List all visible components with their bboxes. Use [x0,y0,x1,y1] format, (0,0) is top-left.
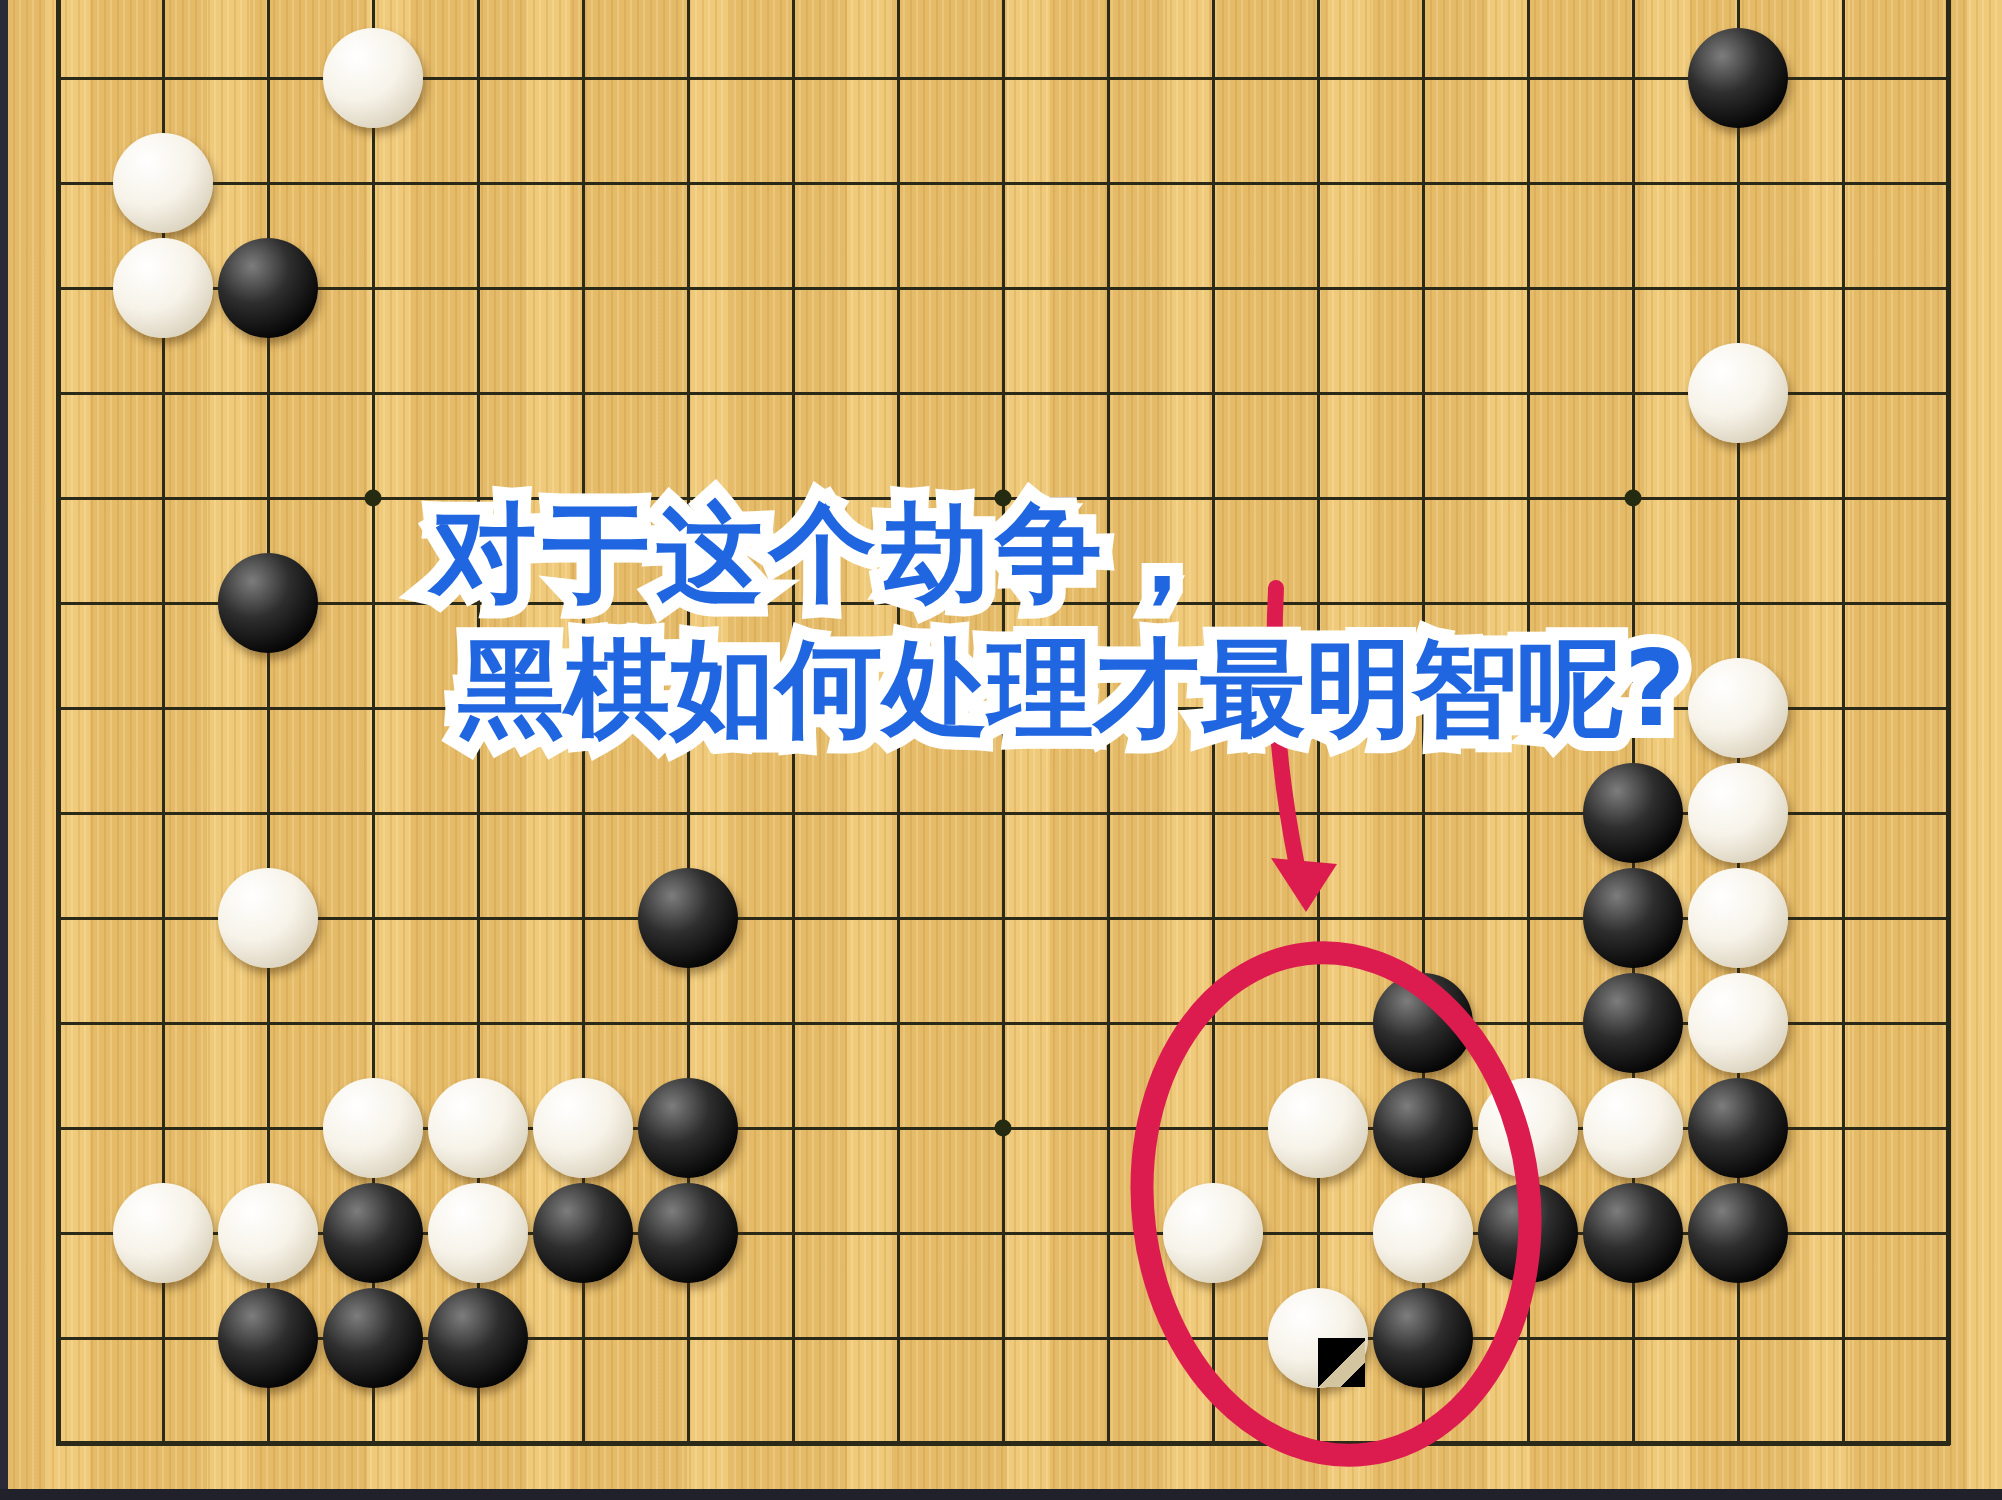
caption-line-2-text: 黑棋如何处理才最明智呢? [458,627,1686,750]
caption-line-1-text: 对于这个劫争， [430,491,1221,615]
highlight-ellipse-icon [1114,930,1559,1477]
annotation-overlay [0,0,2002,1500]
go-board-screenshot: 对于这个劫争，对于这个劫争， 黑棋如何处理才最明智呢?黑棋如何处理才最明智呢? [0,0,2002,1500]
pointer-arrow-head-icon [1271,858,1337,912]
caption-line-1: 对于这个劫争，对于这个劫争， [430,500,1221,607]
board-left-edge [0,0,8,1500]
board-bottom-edge [0,1489,2002,1500]
caption-line-2: 黑棋如何处理才最明智呢?黑棋如何处理才最明智呢? [458,636,1686,742]
